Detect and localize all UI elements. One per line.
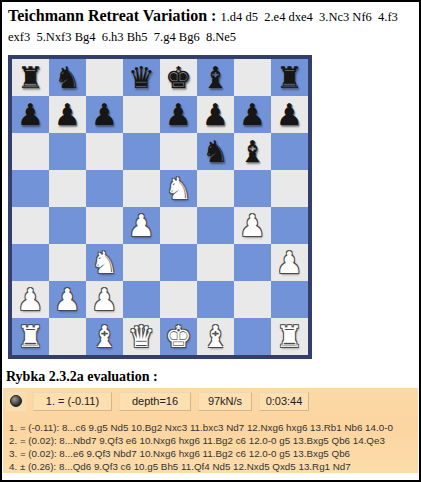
square-b4[interactable]: [49, 207, 86, 244]
chess-board[interactable]: ♜♞♛♚♝♜♟♟♟♟♟♟♟♞♝♞♟♟♞♟♟♟♟♜♝♛♚♝♜: [12, 59, 308, 355]
piece-white-pawn[interactable]: ♟: [234, 207, 271, 244]
piece-white-pawn[interactable]: ♟: [49, 281, 86, 318]
square-e5[interactable]: ♞: [160, 170, 197, 207]
evaluation-heading: Rybka 2.3.2a evaluation :: [6, 369, 419, 385]
square-d4[interactable]: ♟: [123, 207, 160, 244]
page: Teichmann Retreat Variation : 1.d4 d5 2.…: [0, 0, 421, 482]
square-h6[interactable]: [271, 133, 308, 170]
square-a7[interactable]: ♟: [12, 96, 49, 133]
piece-black-rook[interactable]: ♜: [271, 59, 308, 96]
piece-white-queen[interactable]: ♛: [123, 318, 160, 355]
square-e8[interactable]: ♚: [160, 59, 197, 96]
square-b6[interactable]: [49, 133, 86, 170]
eval-lines: 1. = (-0.11): 8...c6 9.g5 Nd5 10.Bg2 Nxc…: [3, 421, 418, 473]
square-g6[interactable]: ♝: [234, 133, 271, 170]
square-c7[interactable]: ♟: [86, 96, 123, 133]
square-a1[interactable]: ♜: [12, 318, 49, 355]
piece-white-knight[interactable]: ♞: [160, 170, 197, 207]
square-a4[interactable]: [12, 207, 49, 244]
square-h1[interactable]: ♜: [271, 318, 308, 355]
piece-white-rook[interactable]: ♜: [12, 318, 49, 355]
square-f4[interactable]: [197, 207, 234, 244]
square-c6[interactable]: [86, 133, 123, 170]
piece-black-bishop[interactable]: ♝: [197, 59, 234, 96]
square-c2[interactable]: ♟: [86, 281, 123, 318]
eval-line-2[interactable]: 2. = (0.02): 8...Nbd7 9.Qf3 e6 10.Nxg6 h…: [9, 434, 418, 447]
piece-white-pawn[interactable]: ♟: [86, 281, 123, 318]
square-g1[interactable]: [234, 318, 271, 355]
square-h3[interactable]: ♟: [271, 244, 308, 281]
square-h2[interactable]: [271, 281, 308, 318]
piece-black-pawn[interactable]: ♟: [271, 96, 308, 133]
square-d8[interactable]: ♛: [123, 59, 160, 96]
speed-button[interactable]: 97kN/s: [198, 392, 252, 411]
square-a2[interactable]: ♟: [12, 281, 49, 318]
square-b8[interactable]: ♞: [49, 59, 86, 96]
piece-black-pawn[interactable]: ♟: [197, 96, 234, 133]
eval-score-button[interactable]: 1. = (-0.11): [33, 392, 112, 411]
piece-black-rook[interactable]: ♜: [12, 59, 49, 96]
piece-black-pawn[interactable]: ♟: [86, 96, 123, 133]
square-f3[interactable]: [197, 244, 234, 281]
piece-black-queen[interactable]: ♛: [123, 59, 160, 96]
square-e3[interactable]: [160, 244, 197, 281]
piece-white-pawn[interactable]: ♟: [271, 244, 308, 281]
eval-line-4[interactable]: 4. ± (0.26): 8...Qd6 9.Qf3 c6 10.g5 Bh5 …: [9, 460, 418, 473]
square-d5[interactable]: [123, 170, 160, 207]
square-g3[interactable]: [234, 244, 271, 281]
square-b5[interactable]: [49, 170, 86, 207]
square-e2[interactable]: [160, 281, 197, 318]
evaluation-panel: 1. = (-0.11) depth=16 97kN/s 0:03:44 1. …: [3, 388, 418, 473]
engine-toolbar: 1. = (-0.11) depth=16 97kN/s 0:03:44: [6, 391, 418, 411]
piece-white-king[interactable]: ♚: [160, 318, 197, 355]
title-block: Teichmann Retreat Variation : 1.d4 d5 2.…: [2, 2, 419, 45]
square-b2[interactable]: ♟: [49, 281, 86, 318]
square-e6[interactable]: [160, 133, 197, 170]
square-b3[interactable]: [49, 244, 86, 281]
piece-white-bishop[interactable]: ♝: [197, 318, 234, 355]
piece-black-pawn[interactable]: ♟: [160, 96, 197, 133]
piece-white-rook[interactable]: ♜: [271, 318, 308, 355]
piece-black-knight[interactable]: ♞: [49, 59, 86, 96]
opening-name: Teichmann Retreat Variation :: [8, 7, 220, 24]
square-h4[interactable]: [271, 207, 308, 244]
square-d2[interactable]: [123, 281, 160, 318]
piece-black-pawn[interactable]: ♟: [12, 96, 49, 133]
square-g4[interactable]: ♟: [234, 207, 271, 244]
piece-white-knight[interactable]: ♞: [86, 244, 123, 281]
piece-black-king[interactable]: ♚: [160, 59, 197, 96]
time-button[interactable]: 0:03:44: [259, 392, 309, 411]
square-d1[interactable]: ♛: [123, 318, 160, 355]
square-g8[interactable]: [234, 59, 271, 96]
square-c8[interactable]: [86, 59, 123, 96]
piece-black-bishop[interactable]: ♝: [234, 133, 271, 170]
square-e4[interactable]: [160, 207, 197, 244]
square-f7[interactable]: ♟: [197, 96, 234, 133]
square-e1[interactable]: ♚: [160, 318, 197, 355]
square-f5[interactable]: [197, 170, 234, 207]
square-f6[interactable]: ♞: [197, 133, 234, 170]
square-b1[interactable]: [49, 318, 86, 355]
piece-white-pawn[interactable]: ♟: [123, 207, 160, 244]
square-c5[interactable]: [86, 170, 123, 207]
square-d6[interactable]: [123, 133, 160, 170]
piece-black-pawn[interactable]: ♟: [234, 96, 271, 133]
square-b7[interactable]: ♟: [49, 96, 86, 133]
square-c1[interactable]: ♝: [86, 318, 123, 355]
square-d3[interactable]: [123, 244, 160, 281]
square-g2[interactable]: [234, 281, 271, 318]
square-h5[interactable]: [271, 170, 308, 207]
square-a3[interactable]: [12, 244, 49, 281]
eval-line-1[interactable]: 1. = (-0.11): 8...c6 9.g5 Nd5 10.Bg2 Nxc…: [9, 421, 418, 434]
engine-toggle-button[interactable]: [6, 392, 26, 411]
square-f1[interactable]: ♝: [197, 318, 234, 355]
square-c3[interactable]: ♞: [86, 244, 123, 281]
piece-black-knight[interactable]: ♞: [197, 133, 234, 170]
square-g7[interactable]: ♟: [234, 96, 271, 133]
square-h8[interactable]: ♜: [271, 59, 308, 96]
square-a6[interactable]: [12, 133, 49, 170]
piece-black-pawn[interactable]: ♟: [49, 96, 86, 133]
square-a8[interactable]: ♜: [12, 59, 49, 96]
square-f2[interactable]: [197, 281, 234, 318]
piece-white-pawn[interactable]: ♟: [12, 281, 49, 318]
engine-status-icon: [10, 395, 22, 407]
square-h7[interactable]: ♟: [271, 96, 308, 133]
eval-line-3[interactable]: 3. = (0.02): 8...e6 9.Qf3 Nbd7 10.Nxg6 h…: [9, 447, 418, 460]
square-g5[interactable]: [234, 170, 271, 207]
piece-white-bishop[interactable]: ♝: [86, 318, 123, 355]
square-a5[interactable]: [12, 170, 49, 207]
square-e7[interactable]: ♟: [160, 96, 197, 133]
square-f8[interactable]: ♝: [197, 59, 234, 96]
square-d7[interactable]: [123, 96, 160, 133]
square-c4[interactable]: [86, 207, 123, 244]
depth-button[interactable]: depth=16: [119, 392, 191, 411]
board-frame: ♜♞♛♚♝♜♟♟♟♟♟♟♟♞♝♞♟♟♞♟♟♟♟♜♝♛♚♝♜: [8, 55, 312, 359]
